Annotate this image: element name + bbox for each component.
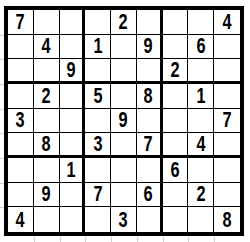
cell-r5c8[interactable] bbox=[188, 109, 214, 134]
cell-r5c7[interactable] bbox=[163, 109, 189, 134]
given-digit: 9 bbox=[66, 59, 75, 81]
cell-r1c8[interactable] bbox=[188, 10, 214, 35]
cell-r4c4[interactable]: 5 bbox=[85, 84, 111, 109]
cell-r4c6[interactable]: 8 bbox=[137, 84, 163, 109]
cell-r4c2[interactable]: 2 bbox=[34, 84, 60, 109]
cell-r6c7[interactable] bbox=[163, 133, 189, 158]
cell-r3c3[interactable]: 9 bbox=[60, 59, 86, 84]
cell-r4c9[interactable] bbox=[214, 84, 240, 109]
given-digit: 6 bbox=[144, 183, 153, 205]
cell-r3c7[interactable]: 2 bbox=[163, 59, 189, 84]
cell-r8c3[interactable] bbox=[60, 183, 86, 208]
margin-gridline bbox=[0, 109, 4, 110]
cell-r7c2[interactable] bbox=[34, 158, 60, 183]
cell-r3c5[interactable] bbox=[111, 59, 137, 84]
cell-r3c6[interactable] bbox=[137, 59, 163, 84]
cell-r1c7[interactable] bbox=[163, 10, 189, 35]
given-digit: 2 bbox=[119, 11, 128, 33]
cell-r4c5[interactable] bbox=[111, 84, 137, 109]
cell-r5c4[interactable] bbox=[85, 109, 111, 134]
given-digit: 8 bbox=[223, 209, 232, 231]
given-digit: 1 bbox=[196, 85, 205, 107]
given-digit: 6 bbox=[196, 35, 205, 57]
cell-r8c9[interactable] bbox=[214, 183, 240, 208]
margin-gridline bbox=[0, 59, 4, 60]
sudoku-screenshot: 72441969225813978374169762438 bbox=[0, 0, 250, 242]
given-digit: 5 bbox=[93, 85, 102, 107]
cell-r5c5[interactable]: 9 bbox=[111, 109, 137, 134]
cell-r7c6[interactable] bbox=[137, 158, 163, 183]
given-digit: 4 bbox=[42, 35, 51, 57]
cell-r8c5[interactable] bbox=[111, 183, 137, 208]
cell-r9c4[interactable] bbox=[85, 207, 111, 232]
given-digit: 7 bbox=[16, 11, 25, 33]
cell-r9c2[interactable] bbox=[34, 207, 60, 232]
given-digit: 2 bbox=[171, 59, 180, 81]
cell-r3c9[interactable] bbox=[214, 59, 240, 84]
cell-r8c2[interactable]: 9 bbox=[34, 183, 60, 208]
given-digit: 8 bbox=[42, 133, 51, 155]
cell-r3c1[interactable] bbox=[8, 59, 34, 84]
cell-r6c1[interactable] bbox=[8, 133, 34, 158]
given-digit: 7 bbox=[223, 109, 232, 131]
given-digit: 3 bbox=[16, 109, 25, 131]
cell-r1c6[interactable] bbox=[137, 10, 163, 35]
cell-r8c4[interactable]: 7 bbox=[85, 183, 111, 208]
cell-r9c5[interactable]: 3 bbox=[111, 207, 137, 232]
cell-r2c9[interactable] bbox=[214, 35, 240, 60]
cell-r8c8[interactable]: 2 bbox=[188, 183, 214, 208]
cell-r1c3[interactable] bbox=[60, 10, 86, 35]
margin-gridline bbox=[0, 35, 4, 36]
given-digit: 4 bbox=[16, 209, 25, 231]
cell-r8c7[interactable] bbox=[163, 183, 189, 208]
cell-r4c3[interactable] bbox=[60, 84, 86, 109]
cell-r6c4[interactable]: 3 bbox=[85, 133, 111, 158]
cell-r5c2[interactable] bbox=[34, 109, 60, 134]
cell-r5c6[interactable] bbox=[137, 109, 163, 134]
cell-r2c4[interactable]: 1 bbox=[85, 35, 111, 60]
cell-r1c9[interactable]: 4 bbox=[214, 10, 240, 35]
cell-r6c8[interactable]: 4 bbox=[188, 133, 214, 158]
given-digit: 2 bbox=[196, 183, 205, 205]
cell-r2c5[interactable] bbox=[111, 35, 137, 60]
margin-gridline bbox=[60, 236, 61, 242]
margin-gridline bbox=[0, 158, 4, 159]
given-digit: 2 bbox=[42, 85, 51, 107]
given-digit: 9 bbox=[119, 109, 128, 131]
cell-r6c6[interactable]: 7 bbox=[137, 133, 163, 158]
given-digit: 9 bbox=[144, 35, 153, 57]
cell-r2c8[interactable]: 6 bbox=[188, 35, 214, 60]
margin-gridline bbox=[0, 133, 4, 134]
cell-r6c3[interactable] bbox=[60, 133, 86, 158]
margin-gridline bbox=[85, 236, 86, 242]
cell-r7c5[interactable] bbox=[111, 158, 137, 183]
margin-gridline bbox=[163, 236, 164, 242]
margin-gridline bbox=[188, 236, 189, 242]
cell-r2c6[interactable]: 9 bbox=[137, 35, 163, 60]
given-digit: 6 bbox=[171, 159, 180, 181]
cell-r7c8[interactable] bbox=[188, 158, 214, 183]
cell-r7c4[interactable] bbox=[85, 158, 111, 183]
given-digit: 1 bbox=[66, 159, 75, 181]
cell-r3c4[interactable] bbox=[85, 59, 111, 84]
given-digit: 7 bbox=[144, 133, 153, 155]
cell-r4c1[interactable] bbox=[8, 84, 34, 109]
given-digit: 4 bbox=[223, 11, 232, 33]
cell-r7c1[interactable] bbox=[8, 158, 34, 183]
margin-gridline bbox=[137, 236, 138, 242]
cell-r9c9[interactable]: 8 bbox=[214, 207, 240, 232]
cell-r2c7[interactable] bbox=[163, 35, 189, 60]
given-digit: 3 bbox=[119, 209, 128, 231]
given-digit: 4 bbox=[196, 133, 205, 155]
cell-r6c9[interactable] bbox=[214, 133, 240, 158]
given-digit: 1 bbox=[93, 35, 102, 57]
cell-r7c7[interactable]: 6 bbox=[163, 158, 189, 183]
cell-r9c7[interactable] bbox=[163, 207, 189, 232]
cell-r1c2[interactable] bbox=[34, 10, 60, 35]
cell-r8c6[interactable]: 6 bbox=[137, 183, 163, 208]
cell-r6c2[interactable]: 8 bbox=[34, 133, 60, 158]
cell-r9c8[interactable] bbox=[188, 207, 214, 232]
cell-r5c3[interactable] bbox=[60, 109, 86, 134]
cell-r5c9[interactable]: 7 bbox=[214, 109, 240, 134]
cell-r2c1[interactable] bbox=[8, 35, 34, 60]
margin-gridline bbox=[214, 236, 215, 242]
cell-r6c5[interactable] bbox=[111, 133, 137, 158]
cell-r1c4[interactable] bbox=[85, 10, 111, 35]
cell-r1c1[interactable]: 7 bbox=[8, 10, 34, 35]
cell-r7c3[interactable]: 1 bbox=[60, 158, 86, 183]
cell-r7c9[interactable] bbox=[214, 158, 240, 183]
margin-gridline bbox=[0, 84, 4, 85]
cell-r9c6[interactable] bbox=[137, 207, 163, 232]
margin-gridline bbox=[0, 183, 4, 184]
margin-gridline bbox=[34, 236, 35, 242]
cell-r4c7[interactable] bbox=[163, 84, 189, 109]
cell-r9c1[interactable]: 4 bbox=[8, 207, 34, 232]
given-digit: 7 bbox=[93, 183, 102, 205]
cell-r9c3[interactable] bbox=[60, 207, 86, 232]
margin-gridline bbox=[0, 207, 4, 208]
cell-r4c8[interactable]: 1 bbox=[188, 84, 214, 109]
cell-r1c5[interactable]: 2 bbox=[111, 10, 137, 35]
cell-r2c3[interactable] bbox=[60, 35, 86, 60]
given-digit: 8 bbox=[144, 85, 153, 107]
given-digit: 3 bbox=[93, 133, 102, 155]
cell-r2c2[interactable]: 4 bbox=[34, 35, 60, 60]
cell-r8c1[interactable] bbox=[8, 183, 34, 208]
cell-r5c1[interactable]: 3 bbox=[8, 109, 34, 134]
cell-r3c2[interactable] bbox=[34, 59, 60, 84]
given-digit: 9 bbox=[42, 183, 51, 205]
margin-gridline bbox=[111, 236, 112, 242]
sudoku-board: 72441969225813978374169762438 bbox=[4, 6, 244, 236]
cell-r3c8[interactable] bbox=[188, 59, 214, 84]
